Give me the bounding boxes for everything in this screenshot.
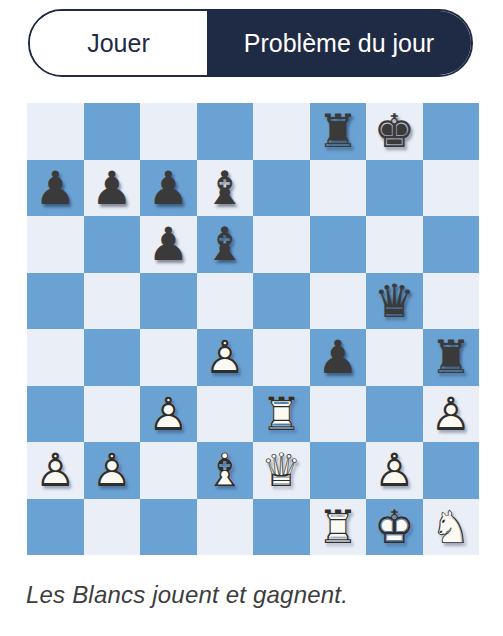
mode-tab-bar: Jouer Problème du jour — [28, 9, 473, 77]
black-queen-g5-icon[interactable]: ♛ — [366, 273, 423, 330]
square-a1[interactable] — [27, 499, 84, 556]
black-pawn-c7-icon[interactable]: ♟ — [140, 160, 197, 217]
square-c1[interactable] — [140, 499, 197, 556]
black-piece-glyph: ♚ — [366, 103, 423, 160]
black-bishop-d6-icon[interactable]: ♝ — [197, 216, 254, 273]
square-e5[interactable] — [253, 273, 310, 330]
white-piece-outline: ♖ — [310, 499, 367, 556]
white-rook-e3-icon[interactable]: ♜♖ — [253, 386, 310, 443]
square-b3[interactable] — [84, 386, 141, 443]
square-b5[interactable] — [84, 273, 141, 330]
square-f3[interactable] — [310, 386, 367, 443]
square-h6[interactable] — [423, 216, 480, 273]
square-f2[interactable] — [310, 442, 367, 499]
chess-board[interactable]: ♜♚♟♟♟♝♟♝♛♟♙♟♜♟♙♜♖♟♙♟♙♟♙♝♗♛♕♟♙♜♖♚♔♞♘ — [27, 103, 479, 555]
square-g2[interactable]: ♟♙ — [366, 442, 423, 499]
puzzle-caption: Les Blancs jouent et gagnent. — [26, 581, 348, 609]
square-g6[interactable] — [366, 216, 423, 273]
square-a3[interactable] — [27, 386, 84, 443]
black-piece-glyph: ♝ — [197, 216, 254, 273]
black-piece-glyph: ♟ — [140, 160, 197, 217]
square-d1[interactable] — [197, 499, 254, 556]
square-c4[interactable] — [140, 329, 197, 386]
white-piece-outline: ♖ — [253, 386, 310, 443]
square-c2[interactable] — [140, 442, 197, 499]
white-pawn-b2-icon[interactable]: ♟♙ — [84, 442, 141, 499]
black-pawn-a7-icon[interactable]: ♟ — [27, 160, 84, 217]
square-b6[interactable] — [84, 216, 141, 273]
square-e6[interactable] — [253, 216, 310, 273]
white-piece-outline: ♘ — [423, 499, 480, 556]
black-king-g8-icon[interactable]: ♚ — [366, 103, 423, 160]
square-g3[interactable] — [366, 386, 423, 443]
black-piece-glyph: ♟ — [310, 329, 367, 386]
square-b7[interactable]: ♟ — [84, 160, 141, 217]
black-rook-f8-icon[interactable]: ♜ — [310, 103, 367, 160]
white-queen-e2-icon[interactable]: ♛♕ — [253, 442, 310, 499]
square-e7[interactable] — [253, 160, 310, 217]
square-c8[interactable] — [140, 103, 197, 160]
square-b1[interactable] — [84, 499, 141, 556]
black-piece-glyph: ♟ — [140, 216, 197, 273]
black-piece-glyph: ♟ — [27, 160, 84, 217]
black-piece-glyph: ♟ — [84, 160, 141, 217]
white-rook-f1-icon[interactable]: ♜♖ — [310, 499, 367, 556]
square-c3[interactable]: ♟♙ — [140, 386, 197, 443]
square-d2[interactable]: ♝♗ — [197, 442, 254, 499]
white-king-g1-icon[interactable]: ♚♔ — [366, 499, 423, 556]
square-b4[interactable] — [84, 329, 141, 386]
square-f6[interactable] — [310, 216, 367, 273]
white-piece-outline: ♔ — [366, 499, 423, 556]
square-h5[interactable] — [423, 273, 480, 330]
square-e8[interactable] — [253, 103, 310, 160]
white-piece-outline: ♙ — [366, 442, 423, 499]
square-e3[interactable]: ♜♖ — [253, 386, 310, 443]
square-g5[interactable]: ♛ — [366, 273, 423, 330]
white-piece-outline: ♗ — [197, 442, 254, 499]
white-piece-outline: ♙ — [27, 442, 84, 499]
square-a4[interactable] — [27, 329, 84, 386]
square-g1[interactable]: ♚♔ — [366, 499, 423, 556]
white-knight-h1-icon[interactable]: ♞♘ — [423, 499, 480, 556]
black-rook-h4-icon[interactable]: ♜ — [423, 329, 480, 386]
square-c5[interactable] — [140, 273, 197, 330]
square-c7[interactable]: ♟ — [140, 160, 197, 217]
black-piece-glyph: ♜ — [423, 329, 480, 386]
tab-probleme-du-jour[interactable]: Problème du jour — [207, 11, 471, 75]
black-pawn-c6-icon[interactable]: ♟ — [140, 216, 197, 273]
tab-jouer[interactable]: Jouer — [30, 11, 207, 75]
white-piece-outline: ♙ — [197, 329, 254, 386]
square-h7[interactable] — [423, 160, 480, 217]
white-bishop-d2-icon[interactable]: ♝♗ — [197, 442, 254, 499]
white-pawn-a2-icon[interactable]: ♟♙ — [27, 442, 84, 499]
square-d7[interactable]: ♝ — [197, 160, 254, 217]
square-e2[interactable]: ♛♕ — [253, 442, 310, 499]
square-h4[interactable]: ♜ — [423, 329, 480, 386]
square-g4[interactable] — [366, 329, 423, 386]
black-pawn-b7-icon[interactable]: ♟ — [84, 160, 141, 217]
square-c6[interactable]: ♟ — [140, 216, 197, 273]
white-pawn-h3-icon[interactable]: ♟♙ — [423, 386, 480, 443]
square-f1[interactable]: ♜♖ — [310, 499, 367, 556]
white-piece-outline: ♕ — [253, 442, 310, 499]
square-a5[interactable] — [27, 273, 84, 330]
square-f7[interactable] — [310, 160, 367, 217]
square-b2[interactable]: ♟♙ — [84, 442, 141, 499]
square-h3[interactable]: ♟♙ — [423, 386, 480, 443]
white-piece-outline: ♙ — [140, 386, 197, 443]
square-a2[interactable]: ♟♙ — [27, 442, 84, 499]
black-bishop-d7-icon[interactable]: ♝ — [197, 160, 254, 217]
white-piece-outline: ♙ — [84, 442, 141, 499]
square-e4[interactable] — [253, 329, 310, 386]
square-h2[interactable] — [423, 442, 480, 499]
square-d8[interactable] — [197, 103, 254, 160]
black-piece-glyph: ♜ — [310, 103, 367, 160]
square-a6[interactable] — [27, 216, 84, 273]
square-d4[interactable]: ♟♙ — [197, 329, 254, 386]
black-pawn-f4-icon[interactable]: ♟ — [310, 329, 367, 386]
white-pawn-c3-icon[interactable]: ♟♙ — [140, 386, 197, 443]
square-b8[interactable] — [84, 103, 141, 160]
square-h1[interactable]: ♞♘ — [423, 499, 480, 556]
white-pawn-g2-icon[interactable]: ♟♙ — [366, 442, 423, 499]
white-pawn-d4-icon[interactable]: ♟♙ — [197, 329, 254, 386]
square-f4[interactable]: ♟ — [310, 329, 367, 386]
square-f5[interactable] — [310, 273, 367, 330]
square-g8[interactable]: ♚ — [366, 103, 423, 160]
square-a8[interactable] — [27, 103, 84, 160]
square-a7[interactable]: ♟ — [27, 160, 84, 217]
black-piece-glyph: ♝ — [197, 160, 254, 217]
square-d6[interactable]: ♝ — [197, 216, 254, 273]
black-piece-glyph: ♛ — [366, 273, 423, 330]
square-g7[interactable] — [366, 160, 423, 217]
square-f8[interactable]: ♜ — [310, 103, 367, 160]
white-piece-outline: ♙ — [423, 386, 480, 443]
square-d3[interactable] — [197, 386, 254, 443]
square-h8[interactable] — [423, 103, 480, 160]
square-e1[interactable] — [253, 499, 310, 556]
square-d5[interactable] — [197, 273, 254, 330]
